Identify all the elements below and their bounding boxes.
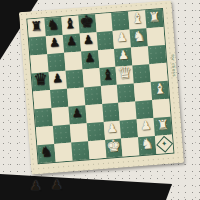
piece-black-pawn: ♟: [71, 107, 83, 120]
square-e2[interactable]: ♟: [103, 121, 121, 140]
square-d1[interactable]: [88, 140, 106, 159]
square-b7[interactable]: ♟: [46, 35, 64, 54]
square-h7[interactable]: [147, 27, 165, 46]
piece-black-bishop: ♝: [101, 67, 115, 82]
piece-white-rook: ♜: [156, 117, 169, 131]
piece-white-pawn: ♟: [106, 122, 118, 135]
piece-black-knight: ♞: [39, 144, 53, 159]
chess-grid: ♜♞♝♚♝♜♟♟♟♟♞♟♟♛♟♝♛♝♟♟♟♜♞♚♞✦: [26, 8, 174, 164]
square-g8[interactable]: ♝: [128, 10, 146, 29]
square-e3[interactable]: [102, 103, 120, 122]
square-c8[interactable]: ♝: [61, 16, 79, 35]
square-b3[interactable]: [51, 107, 69, 126]
piece-white-pawn: ♟: [116, 31, 128, 44]
square-e4[interactable]: [100, 85, 118, 104]
square-f1[interactable]: [121, 137, 139, 156]
square-h6[interactable]: [148, 45, 166, 64]
square-e1[interactable]: ♚: [105, 139, 123, 158]
square-d6[interactable]: ♟: [81, 50, 99, 69]
square-g3[interactable]: [135, 100, 153, 119]
square-a1[interactable]: ♞: [37, 144, 55, 163]
square-g7[interactable]: ♞: [130, 28, 148, 47]
piece-white-knight: ♞: [132, 28, 146, 43]
square-d4[interactable]: [84, 86, 102, 105]
square-e7[interactable]: [96, 31, 114, 50]
square-a8[interactable]: ♜: [27, 18, 45, 37]
captured-black-pawn: ♟: [51, 178, 63, 191]
square-b2[interactable]: [53, 125, 71, 144]
piece-white-king: ♚: [106, 138, 122, 155]
square-f4[interactable]: [117, 83, 135, 102]
piece-white-pawn: ♟: [117, 49, 129, 62]
square-b5[interactable]: ♟: [49, 71, 67, 90]
photo-scene: ♜♞♝♚♝♜♟♟♟♟♞♟♟♛♟♝♛♝♟♟♟♜♞♚♞✦ for chess ♟♟: [0, 0, 200, 200]
square-h8[interactable]: ♜: [145, 9, 163, 28]
square-d7[interactable]: ♟: [79, 32, 97, 51]
piece-white-knight: ♞: [140, 136, 154, 151]
square-f6[interactable]: ♟: [114, 48, 132, 67]
piece-white-queen: ♛: [117, 65, 133, 82]
square-c6[interactable]: [64, 52, 82, 71]
square-a2[interactable]: [36, 126, 54, 145]
square-c1[interactable]: [71, 141, 89, 160]
piece-black-king: ♚: [79, 13, 95, 30]
square-a5[interactable]: ♛: [32, 72, 50, 91]
square-f3[interactable]: [119, 101, 137, 120]
square-d3[interactable]: [85, 104, 103, 123]
square-g6[interactable]: [131, 46, 149, 65]
square-h5[interactable]: [149, 63, 167, 82]
piece-black-bishop: ♝: [63, 16, 77, 31]
square-c4[interactable]: [67, 87, 85, 106]
square-e6[interactable]: [98, 49, 116, 68]
board-brand-text: for chess: [170, 54, 177, 77]
piece-black-pawn: ♟: [52, 72, 64, 85]
piece-black-queen: ♛: [33, 71, 49, 88]
square-a4[interactable]: [33, 90, 51, 109]
piece-white-bishop: ♝: [131, 11, 145, 26]
square-e8[interactable]: [95, 13, 113, 32]
square-e5[interactable]: ♝: [99, 67, 117, 86]
square-h3[interactable]: [152, 99, 170, 118]
square-b4[interactable]: [50, 89, 68, 108]
square-g1[interactable]: ♞: [138, 136, 156, 155]
piece-white-bishop: ♝: [153, 81, 167, 96]
piece-black-pawn: ♟: [49, 36, 61, 49]
piece-white-pawn: ♟: [140, 119, 152, 132]
square-h4[interactable]: ♝: [151, 81, 169, 100]
square-d5[interactable]: [82, 68, 100, 87]
chess-board: ♜♞♝♚♝♜♟♟♟♟♞♟♟♛♟♝♛♝♟♟♟♜♞♚♞✦ for chess: [19, 0, 184, 175]
square-h1[interactable]: ✦: [155, 135, 173, 154]
square-h2[interactable]: ♜: [154, 117, 172, 136]
piece-white-rook: ♜: [148, 10, 161, 24]
square-f7[interactable]: ♟: [113, 30, 131, 49]
piece-black-pawn: ♟: [84, 51, 96, 64]
square-a6[interactable]: [30, 54, 48, 73]
square-c2[interactable]: [70, 123, 88, 142]
piece-black-rook: ♜: [30, 19, 43, 33]
square-c7[interactable]: ♟: [63, 34, 81, 53]
square-c5[interactable]: [65, 69, 83, 88]
square-b6[interactable]: [47, 53, 65, 72]
square-b8[interactable]: ♞: [44, 17, 62, 36]
square-g4[interactable]: [134, 82, 152, 101]
piece-black-pawn: ♟: [66, 35, 78, 48]
square-d8[interactable]: ♚: [78, 14, 96, 33]
piece-black-pawn: ♟: [82, 33, 94, 46]
square-f8[interactable]: [112, 12, 130, 31]
square-b1[interactable]: [54, 143, 72, 162]
square-f5[interactable]: ♛: [116, 65, 134, 84]
square-a7[interactable]: [29, 36, 47, 55]
piece-black-knight: ♞: [46, 17, 60, 32]
square-g5[interactable]: [133, 64, 151, 83]
square-g2[interactable]: ♟: [137, 118, 155, 137]
square-f2[interactable]: [120, 119, 138, 138]
square-d2[interactable]: [86, 122, 104, 141]
square-c3[interactable]: ♟: [68, 105, 86, 124]
square-a3[interactable]: [35, 108, 53, 127]
compass-rose-icon: ✦: [156, 136, 173, 153]
captured-black-pawn: ♟: [30, 179, 42, 192]
